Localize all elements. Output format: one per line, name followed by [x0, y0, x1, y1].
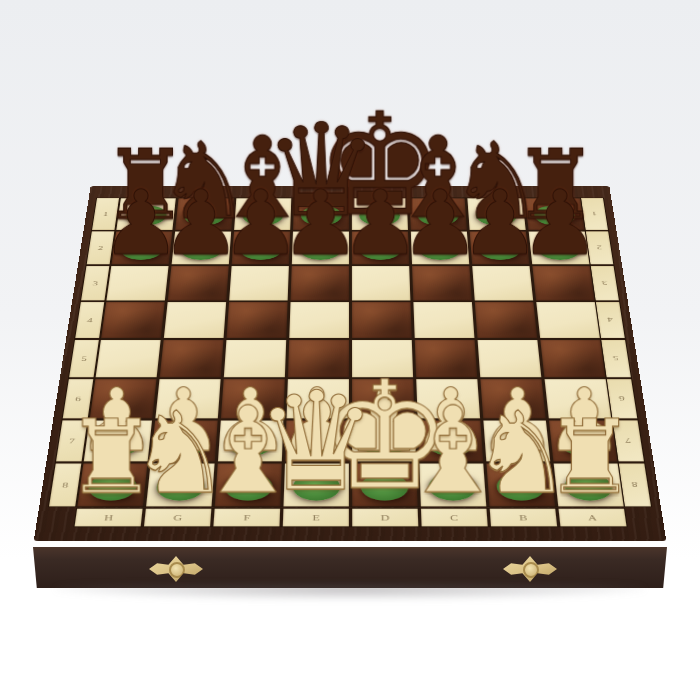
square — [106, 266, 168, 300]
board-front-edge — [33, 547, 667, 588]
file-label: G — [144, 509, 211, 527]
square — [164, 302, 226, 338]
board-squares: ♜♞♝♛♚♝♞♜♟♟♟♟♟♟♟♟♟♟♟♟♟♟♟♟♜♞♝♛♚♝♞♜ — [76, 198, 625, 508]
photo-background: { "game": "chess", "title": "Wooden fold… — [0, 0, 700, 700]
file-label: B — [490, 509, 557, 527]
chess-set-photo: 12345678 12345678 ♜♞♝♛♚♝♞♜♟♟♟♟♟♟♟♟♟♟♟♟♟♟… — [65, 61, 635, 631]
chess-board: 12345678 12345678 ♜♞♝♛♚♝♞♜♟♟♟♟♟♟♟♟♟♟♟♟♟♟… — [34, 186, 667, 540]
square — [532, 266, 594, 300]
clasp-ring-icon — [169, 562, 185, 578]
square — [227, 302, 288, 338]
square — [291, 266, 349, 300]
square: ♟ — [529, 231, 590, 264]
square — [536, 302, 600, 338]
drop-shadow — [55, 584, 645, 600]
square — [352, 266, 410, 300]
file-labels-bottom: HGFEDCBA — [73, 508, 627, 527]
square — [413, 302, 474, 338]
file-label: A — [559, 509, 627, 527]
clasp-ring-icon — [523, 562, 539, 578]
file-label: H — [75, 509, 143, 527]
brass-clasp-icon — [503, 556, 557, 582]
file-label: E — [283, 509, 349, 527]
file-label: D — [352, 509, 418, 527]
file-label: C — [421, 509, 488, 527]
white-rook: ♜ — [66, 407, 157, 509]
white-rook: ♜ — [544, 407, 635, 509]
square: ♜ — [77, 464, 147, 507]
file-label: F — [213, 509, 280, 527]
square — [472, 266, 533, 300]
brass-clasp-icon — [149, 556, 203, 582]
square: ♜ — [554, 464, 624, 507]
square — [352, 302, 412, 338]
square — [101, 302, 165, 338]
square — [412, 266, 472, 300]
black-pawn: ♟ — [520, 178, 600, 267]
square — [168, 266, 229, 300]
square — [475, 302, 537, 338]
square — [289, 302, 349, 338]
square — [229, 266, 289, 300]
